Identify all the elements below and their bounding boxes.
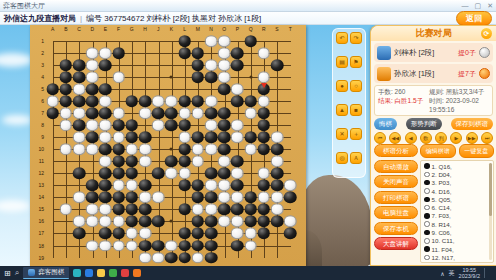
black-stone [218, 143, 231, 155]
cross-mark-icon[interactable]: ✕ [336, 128, 348, 140]
black-stone [46, 107, 59, 119]
black-stone [244, 216, 257, 228]
time-info: 时间: 2023-09-02 19:55:16 [429, 96, 489, 114]
col-label-Q: Q [249, 26, 253, 32]
save-kifu-button[interactable]: 保存到棋谱 [451, 118, 494, 130]
move-text: 12. N17, [432, 254, 455, 261]
black-stone [46, 83, 59, 95]
close-button[interactable]: ✕ [487, 2, 493, 10]
black-stone [86, 95, 99, 107]
folder-icon[interactable] [97, 269, 105, 277]
captures-count: 提7子 [458, 69, 476, 79]
white-stone [218, 59, 231, 71]
nav-first-button[interactable]: ⏮ [374, 132, 386, 144]
white-stone [99, 95, 112, 107]
white-stone [139, 107, 152, 119]
triangle-mark-icon[interactable]: ▲ [336, 104, 348, 116]
black-stone-icon [424, 197, 430, 203]
action-buttons: 悔棋 形势判断 保存到棋谱 [374, 118, 493, 130]
white-stone [60, 204, 73, 216]
black-stone [192, 95, 205, 107]
black-stone [271, 168, 284, 180]
black-stone [112, 168, 125, 180]
undo-icon[interactable]: ↶ [336, 32, 348, 44]
black-stone [192, 216, 205, 228]
black-stone [231, 59, 244, 71]
black-stone [231, 156, 244, 168]
row-label-8: 8 [35, 122, 44, 128]
col-label-G: G [130, 26, 134, 32]
black-stone [192, 228, 205, 240]
nav-back-ten-button[interactable]: ◀◀ [389, 132, 401, 144]
exit-button[interactable]: 返回 [456, 11, 492, 26]
info-bar: 孙信达九段直播对局 | 编号 367754672 刘梓朴 [2段] 执黑对 孙欣… [0, 12, 496, 25]
white-stone [99, 47, 112, 59]
white-stone [112, 240, 125, 252]
white-stone [73, 192, 86, 204]
scrollbar[interactable] [489, 163, 492, 260]
player-name: 孙欣冰 [1段] [394, 69, 434, 79]
clock[interactable]: 19:552023/9/2 [459, 267, 480, 279]
white-stone [218, 156, 231, 168]
black-stone [244, 192, 257, 204]
white-stone [86, 119, 99, 131]
row-label-10: 10 [35, 146, 44, 152]
black-stone [73, 119, 86, 131]
col-label-H: H [143, 26, 147, 32]
col-label-P: P [236, 26, 239, 32]
black-stone [152, 168, 165, 180]
black-stone-icon [424, 180, 430, 186]
white-stone [231, 131, 244, 143]
nav-judge-button[interactable]: 判 [435, 132, 447, 144]
white-stone [152, 95, 165, 107]
move-list-item[interactable]: 4. D16, [424, 187, 488, 195]
black-stone [231, 240, 244, 252]
white-stone [231, 83, 244, 95]
black-stone [218, 119, 231, 131]
black-stone [165, 119, 178, 131]
rank-medal-icon [479, 47, 490, 58]
game-info-box: 手数: 260 规则: 黑贴3又3/4子 结果: 白胜1.5子 时间: 2023… [374, 85, 493, 116]
flag-icon[interactable]: ⚑ [350, 56, 362, 68]
save-icon[interactable]: ▤ [336, 56, 348, 68]
white-stone [192, 143, 205, 155]
black-stone [126, 216, 139, 228]
move-list-item[interactable]: 11. F04, [424, 245, 488, 253]
black-stone [139, 131, 152, 143]
white-stone [112, 216, 125, 228]
black-stone [152, 240, 165, 252]
black-stone [284, 228, 297, 240]
black-stone-tool-icon[interactable]: ● [336, 80, 348, 92]
black-stone [112, 143, 125, 155]
white-stone-icon [424, 172, 430, 178]
black-stone [112, 47, 125, 59]
white-stone [258, 95, 271, 107]
col-label-T: T [289, 26, 292, 32]
move-text: 2. D04, [432, 171, 452, 178]
white-stone [271, 192, 284, 204]
white-stone [112, 71, 125, 83]
black-stone [258, 131, 271, 143]
white-stone [126, 228, 139, 240]
white-stone [205, 180, 218, 192]
white-stone [60, 143, 73, 155]
black-stone [86, 107, 99, 119]
black-stone [126, 168, 139, 180]
black-stone [178, 35, 191, 47]
col-label-D: D [90, 26, 94, 32]
white-stone [178, 131, 191, 143]
black-stone [139, 204, 152, 216]
move-list-item[interactable]: 2. D04, [424, 170, 488, 178]
black-stone-icon [424, 246, 430, 252]
window-title: 弈客围棋大厅 [3, 1, 45, 11]
app-icon [28, 269, 35, 276]
letter-mark-icon[interactable]: Ａ [350, 152, 362, 164]
white-stone [218, 71, 231, 83]
black-stone [152, 107, 165, 119]
black-stone [178, 119, 191, 131]
black-stone [126, 192, 139, 204]
white-stone [152, 119, 165, 131]
white-stone [231, 168, 244, 180]
cloud [0, 53, 32, 67]
col-label-E: E [104, 26, 107, 32]
col-label-L: L [183, 26, 186, 32]
move-list-item[interactable]: 9. C06, [424, 228, 488, 236]
side-button-column: 棋谱分析自动播放关闭声音打印棋谱电脑挂盘保存本机大盘讲解 [374, 144, 418, 263]
black-stone [60, 83, 73, 95]
tray-expand-icon[interactable]: ∧ [440, 270, 444, 277]
white-stone [152, 192, 165, 204]
white-stone [205, 204, 218, 216]
black-stone [244, 95, 257, 107]
scrollbar-thumb[interactable] [489, 163, 492, 216]
black-stone [244, 131, 257, 143]
red-app-icon[interactable] [121, 269, 129, 277]
white-stone [205, 119, 218, 131]
move-list[interactable]: 1. Q16,2. D04,3. P03,4. D16,5. Q05,6. C1… [420, 160, 494, 263]
white-stone [205, 59, 218, 71]
app-label: 弈客围棋 [38, 268, 64, 277]
white-stone [258, 192, 271, 204]
black-stone [178, 204, 191, 216]
black-stone [192, 71, 205, 83]
black-stone [60, 71, 73, 83]
match-info: 编号 367754672 刘梓朴 [2段] 执黑对 孙欣冰 [1段] [86, 13, 261, 24]
black-stone [99, 180, 112, 192]
black-stone [258, 228, 271, 240]
minimize-button[interactable]: — [462, 2, 469, 10]
black-stone [73, 95, 86, 107]
white-stone [244, 143, 257, 155]
white-stone-icon [424, 221, 430, 227]
black-stone [178, 156, 191, 168]
title-bar: 弈客围棋大厅 — ▢ ✕ [0, 0, 496, 12]
white-stone-icon [424, 255, 430, 261]
black-stone [205, 107, 218, 119]
white-stone [99, 216, 112, 228]
move-text: 9. C06, [432, 229, 452, 236]
black-stone [178, 240, 191, 252]
row-label-14: 14 [35, 194, 44, 200]
markup-tool-palette: ↶↷▤⚑●○▲■✕＋◎Ａ [332, 28, 366, 178]
black-stone [86, 180, 99, 192]
white-stone [165, 240, 178, 252]
col-label-K: K [170, 26, 173, 32]
black-stone [73, 59, 86, 71]
side-button[interactable]: 大盘讲解 [374, 237, 418, 250]
estimate-button[interactable]: 形势判断 [406, 118, 442, 130]
move-list-item[interactable]: 8. R14, [424, 220, 488, 228]
notification-icon[interactable] [484, 268, 492, 278]
move-list-item[interactable]: 12. N17, [424, 253, 488, 261]
black-stone [205, 228, 218, 240]
teal-app-icon[interactable] [73, 269, 81, 277]
black-stone [284, 192, 297, 204]
go-board[interactable]: ABCDEFGHJKLMNOPQRST123456789101112131415… [30, 25, 306, 266]
black-stone [178, 228, 191, 240]
black-stone [112, 156, 125, 168]
black-stone [218, 107, 231, 119]
black-stone [192, 59, 205, 71]
square-mark-icon[interactable]: ■ [350, 104, 362, 116]
white-stone [99, 156, 112, 168]
rank-medal-icon [479, 68, 490, 79]
row-label-15: 15 [35, 206, 44, 212]
white-stone [258, 168, 271, 180]
redo-icon[interactable]: ↷ [350, 32, 362, 44]
black-stone [60, 59, 73, 71]
black-stone [231, 47, 244, 59]
blue-app-icon[interactable] [85, 269, 93, 277]
move-list-item[interactable]: 1. Q16, [424, 162, 488, 170]
move-list-item[interactable]: 7. F03, [424, 212, 488, 220]
white-stone-tool-icon[interactable]: ○ [350, 80, 362, 92]
row-label-18: 18 [35, 243, 44, 249]
black-stone [271, 59, 284, 71]
start-button[interactable]: ⊞ [4, 269, 11, 278]
black-stone [231, 180, 244, 192]
white-stone [165, 168, 178, 180]
side-button[interactable]: 自动播放 [374, 160, 418, 173]
white-stone [139, 228, 152, 240]
move-list-column: 编辑棋谱 一键复盘 1. Q16,2. D04,3. P03,4. D16,5.… [420, 144, 494, 263]
black-stone [99, 59, 112, 71]
move-list-item[interactable]: 3. P03, [424, 179, 488, 187]
black-stone [86, 83, 99, 95]
black-stone [258, 204, 271, 216]
app-window: 弈客围棋大厅 — ▢ ✕ 孙信达九段直播对局 | 编号 367754672 刘梓… [0, 0, 496, 280]
row-label-9: 9 [35, 134, 44, 140]
black-stone-icon [424, 213, 430, 219]
green-app-icon[interactable] [109, 269, 117, 277]
nav-forward-one-button[interactable]: ▶ [450, 132, 462, 144]
black-stone [205, 216, 218, 228]
black-stone [258, 216, 271, 228]
col-label-C: C [77, 26, 81, 32]
plus-mark-icon[interactable]: ＋ [350, 128, 362, 140]
col-label-B: B [64, 26, 67, 32]
white-stone [178, 107, 191, 119]
white-stone [218, 216, 231, 228]
move-text: 5. Q05, [432, 196, 452, 203]
undo-move-button[interactable]: 悔棋 [374, 118, 397, 130]
player-row-white: 孙欣冰 [1段] 提7子 [374, 64, 493, 83]
black-stone [112, 119, 125, 131]
black-stone [99, 228, 112, 240]
row-label-12: 12 [35, 170, 44, 176]
col-label-O: O [222, 26, 226, 32]
white-stone [205, 35, 218, 47]
black-stone [244, 35, 257, 47]
black-stone [231, 95, 244, 107]
black-stone [99, 143, 112, 155]
black-stone [178, 47, 191, 59]
white-stone [139, 252, 152, 264]
avatar [377, 46, 391, 60]
maximize-button[interactable]: ▢ [475, 2, 482, 10]
white-stone [60, 119, 73, 131]
black-stone [192, 180, 205, 192]
row-label-5: 5 [35, 86, 44, 92]
star-point [170, 148, 173, 151]
black-stone [139, 95, 152, 107]
white-stone [271, 204, 284, 216]
black-stone [126, 119, 139, 131]
side-button[interactable]: 打印棋谱 [374, 191, 418, 204]
nav-count-button[interactable]: 数 [420, 132, 432, 144]
black-stone [218, 83, 231, 95]
black-stone [205, 240, 218, 252]
side-button[interactable]: 电脑挂盘 [374, 206, 418, 219]
nav-last-button[interactable]: ⏭ [481, 132, 493, 144]
col-label-R: R [262, 26, 266, 32]
black-stone [139, 180, 152, 192]
black-stone [192, 192, 205, 204]
input-language-indicator[interactable]: 英 [449, 269, 455, 278]
black-stone [73, 228, 86, 240]
black-stone [244, 204, 257, 216]
white-stone [192, 107, 205, 119]
col-label-F: F [117, 26, 120, 32]
white-stone [205, 95, 218, 107]
black-stone [258, 119, 271, 131]
white-stone [139, 192, 152, 204]
edit-kifu-button[interactable]: 编辑棋谱 [420, 144, 456, 158]
black-stone [99, 192, 112, 204]
room-name: 孙信达九段直播对局 [4, 13, 76, 24]
black-stone [178, 95, 191, 107]
white-stone [60, 107, 73, 119]
black-stone [126, 95, 139, 107]
orange-app-icon[interactable] [133, 269, 141, 277]
white-stone [73, 216, 86, 228]
white-stone [192, 252, 205, 264]
white-stone [73, 107, 86, 119]
black-stone [126, 156, 139, 168]
white-stone [99, 204, 112, 216]
black-stone-icon [424, 230, 430, 236]
white-stone [126, 180, 139, 192]
main-area: ABCDEFGHJKLMNOPQRST123456789101112131415… [0, 25, 496, 266]
black-stone [99, 168, 112, 180]
white-stone [86, 240, 99, 252]
white-stone [139, 156, 152, 168]
divider: | [80, 14, 82, 23]
black-stone [205, 192, 218, 204]
white-stone [218, 180, 231, 192]
move-text: 10. C11, [432, 237, 455, 244]
black-stone [192, 131, 205, 143]
black-stone [178, 143, 191, 155]
move-list-item[interactable]: 10. C11, [424, 237, 488, 245]
row-label-4: 4 [35, 74, 44, 80]
white-stone [152, 252, 165, 264]
refresh-icon[interactable]: ⟳ [481, 28, 492, 39]
white-stone [284, 216, 297, 228]
side-button[interactable]: 棋谱分析 [374, 144, 418, 157]
black-stone [152, 216, 165, 228]
white-stone [126, 240, 139, 252]
white-stone [192, 204, 205, 216]
black-stone [218, 204, 231, 216]
side-button[interactable]: 关闭声音 [374, 175, 418, 188]
captures-count: 提0子 [458, 48, 476, 58]
board-grid[interactable]: ABCDEFGHJKLMNOPQRST123456789101112131415… [46, 35, 297, 263]
kifu-nav-buttons: ⏮◀◀◀数判▶▶▶⏭ [374, 132, 493, 144]
white-stone [112, 107, 125, 119]
nav-forward-ten-button[interactable]: ▶▶ [466, 132, 478, 144]
white-stone [139, 143, 152, 155]
taskbar-app-button[interactable]: 弈客围棋 [23, 267, 69, 279]
black-stone [112, 228, 125, 240]
move-list-item[interactable]: 5. Q05, [424, 195, 488, 203]
circle-mark-icon[interactable]: ◎ [336, 152, 348, 164]
row-label-17: 17 [35, 230, 44, 236]
white-stone [271, 156, 284, 168]
black-stone-icon [424, 163, 430, 169]
white-stone [86, 204, 99, 216]
nav-back-one-button[interactable]: ◀ [405, 132, 417, 144]
white-stone [244, 228, 257, 240]
player-row-black: 刘梓朴 [2段] 提0子 [374, 43, 493, 62]
search-icon[interactable]: ⌕ [15, 268, 19, 278]
black-stone [258, 107, 271, 119]
black-stone [99, 107, 112, 119]
review-button[interactable]: 一键复盘 [459, 144, 495, 158]
white-stone-icon [424, 238, 430, 244]
black-stone [192, 240, 205, 252]
white-stone [99, 240, 112, 252]
side-button[interactable]: 保存本机 [374, 222, 418, 235]
white-stone [86, 71, 99, 83]
col-label-M: M [196, 26, 200, 32]
black-stone [271, 180, 284, 192]
black-stone [165, 252, 178, 264]
black-stone [218, 131, 231, 143]
move-list-item[interactable]: 6. C14, [424, 203, 488, 211]
black-stone [205, 71, 218, 83]
white-stone [112, 131, 125, 143]
white-stone [73, 131, 86, 143]
move-text: 6. C14, [432, 204, 452, 211]
white-stone [205, 143, 218, 155]
white-stone-icon [424, 205, 430, 211]
row-label-1: 1 [35, 38, 44, 44]
